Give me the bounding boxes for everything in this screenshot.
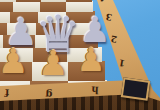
piece-white-pawn-g2[interactable]: ♟ — [35, 46, 71, 80]
square-h8[interactable] — [66, 0, 92, 2]
piece-white-pawn-h2[interactable]: ♟ — [74, 44, 108, 76]
file-label-h: h — [91, 84, 99, 95]
square-f8[interactable] — [16, 0, 42, 2]
file-label-f: f — [5, 87, 10, 98]
file-label-g: g — [45, 89, 52, 100]
square-e8[interactable] — [0, 0, 17, 2]
corner-inlay — [121, 77, 151, 101]
square-g8[interactable] — [41, 0, 67, 2]
chess-scene: ♟♛♟♟♟♟ fgh1234 — [0, 0, 160, 110]
piece-white-pawn-f2[interactable]: ♟ — [0, 44, 31, 78]
